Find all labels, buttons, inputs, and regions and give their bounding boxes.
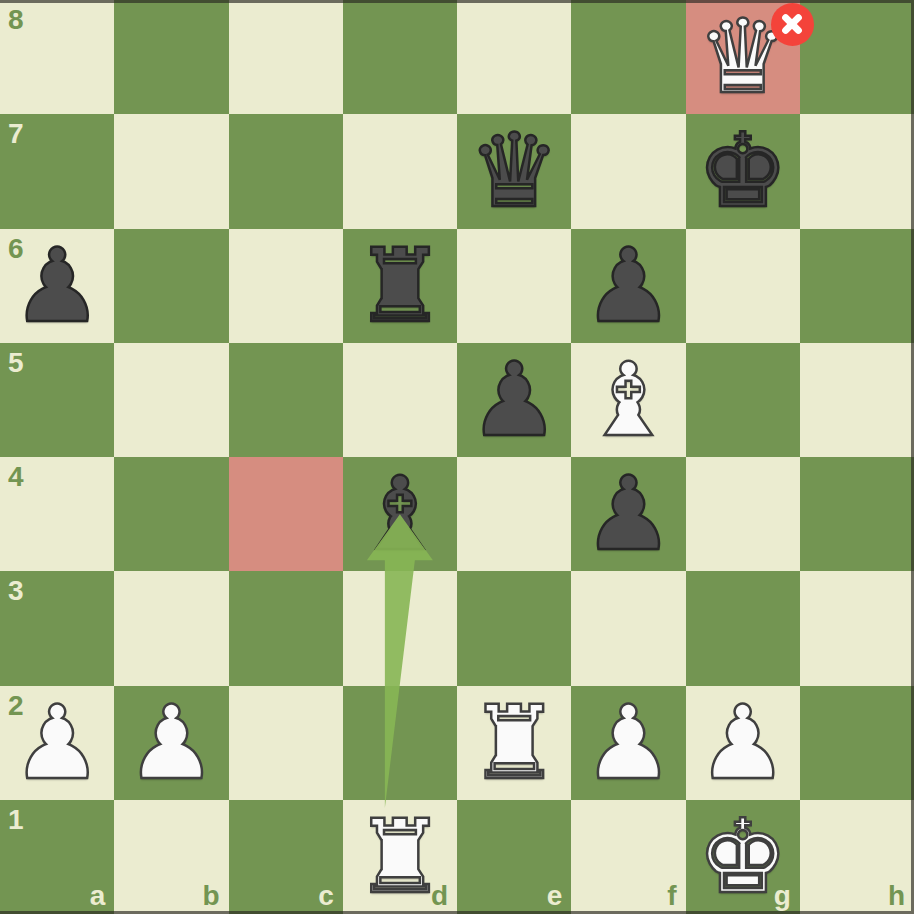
square-h5[interactable] [800,343,914,457]
square-d8[interactable] [343,0,457,114]
square-g4[interactable] [686,457,800,571]
white-rook[interactable]: ♜ [343,800,457,914]
square-g2[interactable]: ♟ [686,686,800,800]
black-pawn[interactable]: ♟ [0,229,114,343]
square-e8[interactable] [457,0,571,114]
file-label-b: b [202,882,219,910]
square-h3[interactable] [800,571,914,685]
black-king[interactable]: ♚ [686,114,800,228]
square-c5[interactable] [229,343,343,457]
square-c3[interactable] [229,571,343,685]
square-h6[interactable] [800,229,914,343]
square-b8[interactable] [114,0,228,114]
square-b7[interactable] [114,114,228,228]
square-b2[interactable]: ♟ [114,686,228,800]
square-c2[interactable] [229,686,343,800]
square-h8[interactable] [800,0,914,114]
square-c1[interactable]: c [229,800,343,914]
file-label-c: c [318,882,334,910]
square-b4[interactable] [114,457,228,571]
square-a6[interactable]: 6♟ [0,229,114,343]
square-a1[interactable]: 1a [0,800,114,914]
square-e3[interactable] [457,571,571,685]
square-d6[interactable]: ♜ [343,229,457,343]
square-g8[interactable]: ♛ [686,0,800,114]
file-label-e: e [547,882,563,910]
square-e1[interactable]: e [457,800,571,914]
black-pawn[interactable]: ♟ [571,457,685,571]
rank-label-3: 3 [8,577,24,605]
file-label-a: a [90,882,106,910]
square-e6[interactable] [457,229,571,343]
square-a8[interactable]: 8 [0,0,114,114]
file-label-h: h [888,882,905,910]
square-a4[interactable]: 4 [0,457,114,571]
square-f6[interactable]: ♟ [571,229,685,343]
square-b3[interactable] [114,571,228,685]
square-e4[interactable] [457,457,571,571]
square-g1[interactable]: g♚ [686,800,800,914]
square-h2[interactable] [800,686,914,800]
square-f5[interactable]: ♝ [571,343,685,457]
white-rook[interactable]: ♜ [457,686,571,800]
black-pawn[interactable]: ♟ [571,229,685,343]
white-pawn[interactable]: ♟ [686,686,800,800]
square-c4[interactable] [229,457,343,571]
square-a3[interactable]: 3 [0,571,114,685]
square-f2[interactable]: ♟ [571,686,685,800]
square-d7[interactable] [343,114,457,228]
square-g6[interactable] [686,229,800,343]
square-c8[interactable] [229,0,343,114]
square-d1[interactable]: d♜ [343,800,457,914]
rank-label-1: 1 [8,806,24,834]
square-h4[interactable] [800,457,914,571]
square-g5[interactable] [686,343,800,457]
black-rook[interactable]: ♜ [343,229,457,343]
square-e5[interactable]: ♟ [457,343,571,457]
rank-label-5: 5 [8,349,24,377]
square-c7[interactable] [229,114,343,228]
square-b6[interactable] [114,229,228,343]
square-g3[interactable] [686,571,800,685]
square-g7[interactable]: ♚ [686,114,800,228]
square-a5[interactable]: 5 [0,343,114,457]
rank-label-8: 8 [8,6,24,34]
square-f4[interactable]: ♟ [571,457,685,571]
white-bishop[interactable]: ♝ [571,343,685,457]
square-d2[interactable] [343,686,457,800]
square-d3[interactable] [343,571,457,685]
black-pawn[interactable]: ♟ [457,343,571,457]
white-pawn[interactable]: ♟ [114,686,228,800]
chess-board-stage: 8♛7♛♚6♟♜♟5♟♝4♝♟32♟♟♜♟♟1abcd♜efg♚h [0,0,914,914]
white-queen[interactable]: ♛ [686,0,800,114]
file-label-f: f [667,882,676,910]
square-f7[interactable] [571,114,685,228]
square-h1[interactable]: h [800,800,914,914]
square-b1[interactable]: b [114,800,228,914]
square-f1[interactable]: f [571,800,685,914]
black-queen[interactable]: ♛ [457,114,571,228]
square-a2[interactable]: 2♟ [0,686,114,800]
white-king[interactable]: ♚ [686,800,800,914]
rank-label-7: 7 [8,120,24,148]
black-bishop[interactable]: ♝ [343,457,457,571]
white-pawn[interactable]: ♟ [0,686,114,800]
square-e2[interactable]: ♜ [457,686,571,800]
square-a7[interactable]: 7 [0,114,114,228]
square-e7[interactable]: ♛ [457,114,571,228]
square-d5[interactable] [343,343,457,457]
square-f3[interactable] [571,571,685,685]
white-pawn[interactable]: ♟ [571,686,685,800]
square-b5[interactable] [114,343,228,457]
square-h7[interactable] [800,114,914,228]
rank-label-4: 4 [8,463,24,491]
square-d4[interactable]: ♝ [343,457,457,571]
square-c6[interactable] [229,229,343,343]
chess-board: 8♛7♛♚6♟♜♟5♟♝4♝♟32♟♟♜♟♟1abcd♜efg♚h [0,0,914,914]
square-f8[interactable] [571,0,685,114]
